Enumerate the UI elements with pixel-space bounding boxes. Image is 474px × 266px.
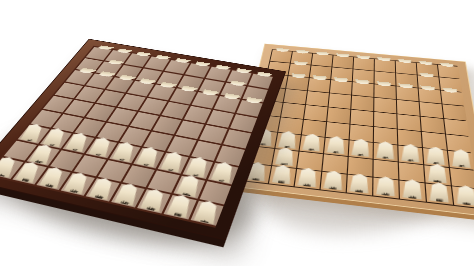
sente-pawn-piece[interactable]: 歩兵 xyxy=(351,138,370,157)
square-r9c4[interactable]: 金将 xyxy=(321,172,346,192)
piece-kanji: 歩兵 xyxy=(144,154,153,158)
square-r8c4[interactable] xyxy=(322,154,347,173)
square-r7c8[interactable]: 歩兵 xyxy=(423,148,448,167)
piece-kanji: 銀将 xyxy=(219,66,226,68)
square-r6c8[interactable] xyxy=(422,132,446,150)
square-r8c6[interactable] xyxy=(373,160,397,179)
square-r2c5[interactable] xyxy=(353,69,373,83)
sente-rook-piece[interactable]: 飛車 xyxy=(176,173,202,197)
square-r7c5[interactable]: 歩兵 xyxy=(349,140,372,158)
square-r3c7[interactable]: 歩兵 xyxy=(396,86,418,101)
piece-kanji: 金将 xyxy=(382,184,391,187)
piece-kanji: 銀将 xyxy=(408,187,417,190)
piece-kanji: 桂馬 xyxy=(299,51,306,52)
piece-kanji: 王将 xyxy=(360,56,367,57)
piece-kanji: 金将 xyxy=(73,180,82,184)
square-r8c5[interactable] xyxy=(348,157,372,176)
square-r1c6[interactable]: 金将 xyxy=(375,59,395,72)
square-r5c9[interactable] xyxy=(444,119,468,136)
square-r2c7[interactable] xyxy=(396,73,417,87)
square-r2c9[interactable] xyxy=(439,77,461,91)
piece-kanji: 桂馬 xyxy=(121,50,128,51)
piece-kanji: 桂馬 xyxy=(278,172,287,175)
square-r3c4[interactable]: 歩兵 xyxy=(330,80,351,94)
square-r3c6[interactable]: 歩兵 xyxy=(374,84,395,99)
gote-gold-general-piece[interactable]: 金将 xyxy=(335,52,350,57)
piece-kanji: 金将 xyxy=(160,56,167,57)
piece-kanji: 歩兵 xyxy=(357,146,365,149)
walnut-board-frame: 香車桂馬銀将金将王将金将銀将桂馬香車飛車角行歩兵歩兵歩兵歩兵歩兵歩兵歩兵歩兵歩兵… xyxy=(0,39,286,241)
piece-kanji: 飛車 xyxy=(433,171,442,174)
square-r5c4[interactable] xyxy=(327,107,350,123)
square-r9c6[interactable]: 金将 xyxy=(111,184,145,208)
gote-gold-general-piece[interactable]: 金将 xyxy=(193,60,213,67)
piece-kanji: 歩兵 xyxy=(51,135,59,138)
piece-kanji: 王将 xyxy=(179,59,186,61)
piece-kanji: 歩兵 xyxy=(29,130,37,133)
piece-kanji: 歩兵 xyxy=(457,157,465,160)
square-r4c7[interactable] xyxy=(397,100,419,116)
piece-kanji: 銀将 xyxy=(140,53,147,54)
square-r9c8[interactable]: 桂馬 xyxy=(426,183,453,204)
square-r1c5[interactable]: 王将 xyxy=(353,57,373,70)
square-r6c9[interactable] xyxy=(216,146,245,166)
square-r8c8[interactable]: 飛車 xyxy=(424,165,450,185)
square-r2c9[interactable] xyxy=(243,86,268,102)
square-r7c7[interactable]: 歩兵 xyxy=(398,145,422,163)
square-r3c5[interactable]: 歩兵 xyxy=(352,82,373,97)
square-r2c3[interactable] xyxy=(310,65,331,79)
piece-kanji: 香車 xyxy=(462,193,471,196)
square-r8c2[interactable]: 角行 xyxy=(272,149,298,168)
square-r9c9[interactable]: 香車 xyxy=(191,201,224,226)
piece-kanji: 歩兵 xyxy=(432,154,440,157)
piece-kanji: 香車 xyxy=(103,47,110,48)
piece-kanji: 歩兵 xyxy=(120,149,129,153)
square-r9c2[interactable]: 桂馬 xyxy=(269,166,295,186)
square-r9c3[interactable]: 銀将 xyxy=(295,169,321,189)
sente-lance-piece[interactable]: 香車 xyxy=(456,184,474,205)
square-r5c6[interactable] xyxy=(374,112,396,128)
piece-kanji: 歩兵 xyxy=(407,151,415,154)
square-r6c7[interactable] xyxy=(398,129,421,146)
piece-kanji: 歩兵 xyxy=(284,138,292,141)
square-r7c6[interactable]: 歩兵 xyxy=(374,143,397,161)
piece-kanji: 歩兵 xyxy=(74,140,82,143)
square-r6c4[interactable] xyxy=(326,122,349,139)
piece-kanji: 歩兵 xyxy=(193,164,202,168)
piece-kanji: 玉将 xyxy=(356,181,365,184)
piece-kanji: 金将 xyxy=(340,54,347,55)
square-r1c4[interactable]: 金将 xyxy=(332,55,352,68)
sente-lance-piece[interactable]: 香車 xyxy=(193,198,220,224)
square-r3c3[interactable]: 歩兵 xyxy=(308,78,330,92)
gote-lance-piece[interactable]: 香車 xyxy=(255,70,274,77)
walnut-board-grid: 香車桂馬銀将金将王将金将銀将桂馬香車飛車角行歩兵歩兵歩兵歩兵歩兵歩兵歩兵歩兵歩兵… xyxy=(0,46,273,228)
walnut-board-3d: 香車桂馬銀将金将王将金将銀将桂馬香車飛車角行歩兵歩兵歩兵歩兵歩兵歩兵歩兵歩兵歩兵… xyxy=(0,39,286,241)
square-r4c8[interactable] xyxy=(420,102,443,118)
square-r2c4[interactable] xyxy=(331,67,352,81)
gote-lance-piece[interactable]: 香車 xyxy=(275,47,291,52)
square-r1c2[interactable]: 桂馬 xyxy=(291,52,312,65)
square-r9c8[interactable]: 桂馬 xyxy=(164,195,197,220)
square-r4c1[interactable] xyxy=(55,83,84,99)
piece-kanji: 桂馬 xyxy=(240,70,247,72)
sente-pawn-piece[interactable]: 歩兵 xyxy=(160,150,185,172)
square-r3c2[interactable]: 歩兵 xyxy=(286,76,308,90)
square-r2c2[interactable]: 飛車 xyxy=(289,63,310,77)
piece-kanji: 金将 xyxy=(123,191,132,195)
square-r1c1[interactable]: 香車 xyxy=(270,50,291,63)
square-r6c6[interactable] xyxy=(374,127,397,144)
gote-knight-piece[interactable]: 桂馬 xyxy=(234,67,254,74)
sente-pawn-piece[interactable]: 歩兵 xyxy=(20,122,45,142)
gote-knight-piece[interactable]: 桂馬 xyxy=(417,60,434,66)
piece-kanji: 銀将 xyxy=(48,175,57,179)
square-r5c3[interactable] xyxy=(304,105,327,121)
square-r8c3[interactable] xyxy=(297,152,322,171)
gote-king-piece[interactable]: 王将 xyxy=(356,54,372,60)
square-r6c3[interactable] xyxy=(302,120,326,137)
piece-kanji: 桂馬 xyxy=(175,203,185,207)
piece-kanji: 銀将 xyxy=(304,175,313,178)
gote-king-piece[interactable]: 王将 xyxy=(173,57,193,63)
square-r4c5[interactable] xyxy=(351,95,373,110)
square-r9c5[interactable]: 玉将 xyxy=(347,175,372,195)
piece-kanji: 歩兵 xyxy=(332,143,340,146)
square-r1c7[interactable]: 銀将 xyxy=(396,61,416,74)
square-r4c2[interactable] xyxy=(284,89,307,104)
gote-silver-general-piece[interactable]: 銀将 xyxy=(213,64,233,71)
piece-kanji: 玉将 xyxy=(97,186,106,190)
square-r2c8[interactable]: 角行 xyxy=(418,75,440,89)
piece-kanji: 歩兵 xyxy=(168,159,177,163)
square-r7c4[interactable]: 歩兵 xyxy=(324,138,348,156)
sente-pawn-piece[interactable]: 歩兵 xyxy=(376,140,395,159)
square-r5c2[interactable] xyxy=(281,103,304,119)
piece-kanji: 角行 xyxy=(281,155,289,158)
square-r4c6[interactable] xyxy=(374,98,396,113)
gote-knight-piece[interactable]: 桂馬 xyxy=(295,49,311,54)
square-r7c9[interactable]: 歩兵 xyxy=(448,151,474,170)
gote-silver-general-piece[interactable]: 銀将 xyxy=(315,50,331,55)
square-r8c9[interactable] xyxy=(200,181,231,204)
piece-kanji: 金将 xyxy=(381,58,388,59)
square-r3c8[interactable]: 歩兵 xyxy=(419,88,441,103)
sente-pawn-piece[interactable]: 歩兵 xyxy=(278,130,298,149)
piece-kanji: 香車 xyxy=(202,209,212,213)
piece-kanji: 金将 xyxy=(199,63,206,65)
square-r4c9[interactable] xyxy=(443,104,467,120)
piece-kanji: 角行 xyxy=(38,152,47,156)
piece-kanji: 香車 xyxy=(279,49,286,50)
shogi-boards-product-photo: 香車桂馬銀将金将王将金将銀将桂馬香車飛車角行歩兵歩兵歩兵歩兵歩兵歩兵歩兵歩兵歩兵… xyxy=(0,0,474,266)
square-r1c3[interactable]: 銀将 xyxy=(312,53,333,66)
square-r4c8[interactable] xyxy=(207,110,234,128)
piece-kanji: 香車 xyxy=(261,73,268,75)
square-r4c4[interactable] xyxy=(329,93,351,108)
piece-kanji: 桂馬 xyxy=(422,62,429,63)
square-r9c6[interactable]: 金将 xyxy=(373,178,398,199)
square-r7c3[interactable]: 歩兵 xyxy=(300,135,324,153)
piece-kanji: 銀将 xyxy=(149,197,158,201)
piece-kanji: 桂馬 xyxy=(24,169,33,173)
square-r6c2[interactable] xyxy=(278,117,302,134)
square-r1c9[interactable]: 香車 xyxy=(438,65,460,79)
square-r8c7[interactable] xyxy=(399,162,424,182)
square-r4c3[interactable] xyxy=(306,91,328,106)
piece-kanji: 香車 xyxy=(443,64,450,65)
square-r3c9[interactable]: 歩兵 xyxy=(441,90,464,105)
piece-kanji: 銀将 xyxy=(319,53,326,54)
piece-kanji: 歩兵 xyxy=(97,144,106,147)
square-r5c7[interactable] xyxy=(397,114,420,130)
square-r6c9[interactable] xyxy=(446,134,471,152)
piece-kanji: 飛車 xyxy=(184,183,193,187)
piece-kanji: 銀将 xyxy=(401,60,408,61)
square-r8c9[interactable] xyxy=(450,168,474,188)
square-r5c8[interactable] xyxy=(421,117,445,134)
gote-lance-piece[interactable]: 香車 xyxy=(438,62,456,68)
square-r7c2[interactable]: 歩兵 xyxy=(275,133,300,151)
gote-silver-general-piece[interactable]: 銀将 xyxy=(397,58,414,64)
square-r2c6[interactable] xyxy=(375,71,395,85)
piece-kanji: 金将 xyxy=(329,178,338,181)
piece-kanji: 香車 xyxy=(1,164,10,168)
walnut-shogi-board: 香車桂馬銀将金将王将金将銀将桂馬香車飛車角行歩兵歩兵歩兵歩兵歩兵歩兵歩兵歩兵歩兵… xyxy=(24,0,264,240)
square-r9c7[interactable]: 銀将 xyxy=(399,180,425,201)
piece-kanji: 桂馬 xyxy=(435,190,444,193)
gote-gold-general-piece[interactable]: 金将 xyxy=(376,56,392,62)
beech-shogi-board: 香車桂馬銀将金将王将金将銀将桂馬香車飛車角行歩兵歩兵歩兵歩兵歩兵歩兵歩兵歩兵歩兵… xyxy=(248,4,474,230)
square-r9c9[interactable]: 香車 xyxy=(452,186,474,207)
piece-kanji: 歩兵 xyxy=(382,148,390,151)
piece-kanji: 歩兵 xyxy=(308,141,316,144)
square-r1c8[interactable]: 桂馬 xyxy=(417,63,438,76)
square-r5c5[interactable] xyxy=(351,110,373,126)
piece-kanji: 歩兵 xyxy=(219,169,228,173)
